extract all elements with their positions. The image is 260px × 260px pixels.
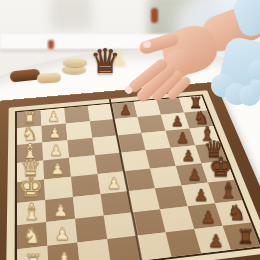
- square-g6[interactable]: [160, 206, 194, 232]
- piece-white-pawn[interactable]: ♟: [43, 143, 69, 158]
- piece-white-bishop[interactable]: ♝: [17, 201, 46, 223]
- square-f2[interactable]: ♟: [45, 197, 75, 222]
- piece-white-pawn[interactable]: ♟: [100, 176, 127, 192]
- piece-white-pawn[interactable]: ♟: [49, 251, 80, 260]
- red-knob-decor: [151, 8, 158, 23]
- square-d6[interactable]: [146, 148, 176, 169]
- piece-white-pawn[interactable]: ♟: [47, 226, 77, 243]
- square-e7[interactable]: ♟: [176, 163, 208, 185]
- piece-white-pawn[interactable]: ♟: [42, 126, 67, 140]
- board-frame: ♜♟♟♜♞♟♟♞♝♟♟♝♛♟♟♛♚♟♟♚♝♟♟♝♞♟♟♞♜♟♟♜: [0, 82, 260, 260]
- piece-white-pawn[interactable]: ♟: [44, 162, 71, 177]
- square-d3[interactable]: [69, 155, 97, 176]
- square-b2[interactable]: ♟: [41, 124, 67, 143]
- square-d2[interactable]: ♟: [43, 158, 71, 180]
- blurred-object: [50, 0, 92, 30]
- square-e4[interactable]: ♟: [98, 171, 128, 194]
- square-c3[interactable]: [67, 138, 94, 158]
- square-b7[interactable]: ♟: [161, 113, 190, 131]
- square-g2[interactable]: ♟: [46, 219, 77, 246]
- square-e2[interactable]: [44, 177, 73, 200]
- square-c2[interactable]: ♟: [42, 140, 69, 160]
- square-b3[interactable]: [66, 121, 92, 140]
- piece-white-pawn[interactable]: ♟: [42, 110, 66, 124]
- piece-black-pawn[interactable]: ♟: [201, 233, 231, 250]
- piece-black-pawn[interactable]: ♟: [114, 104, 138, 118]
- square-h2[interactable]: ♟: [47, 242, 80, 260]
- board-margin: ♜♟♟♜♞♟♟♞♝♟♟♝♛♟♟♛♚♟♟♚♝♟♟♝♞♟♟♞♜♟♟♜: [6, 90, 260, 260]
- square-h3[interactable]: [77, 239, 110, 260]
- piece-black-pawn[interactable]: ♟: [187, 188, 215, 204]
- square-f6[interactable]: [155, 185, 188, 209]
- chess-board[interactable]: ♜♟♟♜♞♟♟♞♝♟♟♝♛♟♟♛♚♟♟♚♝♟♟♝♞♟♟♞♜♟♟♜: [0, 48, 248, 260]
- piece-black-pawn[interactable]: ♟: [170, 131, 195, 146]
- square-h1[interactable]: ♜: [17, 246, 49, 260]
- board-squares[interactable]: ♜♟♟♜♞♟♟♞♝♟♟♝♛♟♟♛♚♟♟♚♝♟♟♝♞♟♟♞♜♟♟♜: [17, 96, 260, 260]
- square-h6[interactable]: [166, 229, 202, 257]
- square-e3[interactable]: [71, 174, 101, 197]
- square-d7[interactable]: ♟: [171, 145, 202, 166]
- piece-black-pawn[interactable]: ♟: [165, 115, 189, 129]
- piece-black-king[interactable]: ♚: [207, 154, 234, 181]
- piece-white-pawn[interactable]: ♟: [46, 203, 75, 220]
- square-c7[interactable]: ♟: [166, 128, 196, 147]
- square-c5[interactable]: [117, 133, 146, 153]
- square-a2[interactable]: ♟: [41, 108, 66, 126]
- square-e6[interactable]: [150, 166, 182, 188]
- piece-black-bishop[interactable]: ♝: [214, 180, 242, 201]
- piece-white-knight[interactable]: ♞: [17, 225, 47, 247]
- piece-white-king[interactable]: ♚: [17, 173, 45, 201]
- piece-black-pawn[interactable]: ♟: [181, 168, 208, 184]
- piece-black-knight[interactable]: ♞: [222, 202, 251, 223]
- piece-black-pawn[interactable]: ♟: [194, 210, 223, 227]
- chess-photo-scene: ♟ ♛ ♜♟♟♜♞♟♟♞♝♟♟♝♛♟♟♛♚♟♟♚♝♟♟♝♞♟♟♞♜♟♟♜: [0, 0, 260, 260]
- square-a5[interactable]: ♟: [111, 102, 138, 119]
- square-g1[interactable]: ♞: [17, 222, 47, 249]
- piece-black-rook[interactable]: ♜: [230, 227, 260, 247]
- piece-black-pawn[interactable]: ♟: [175, 149, 201, 164]
- square-g3[interactable]: [75, 216, 107, 243]
- piece-white-rook[interactable]: ♜: [17, 252, 48, 260]
